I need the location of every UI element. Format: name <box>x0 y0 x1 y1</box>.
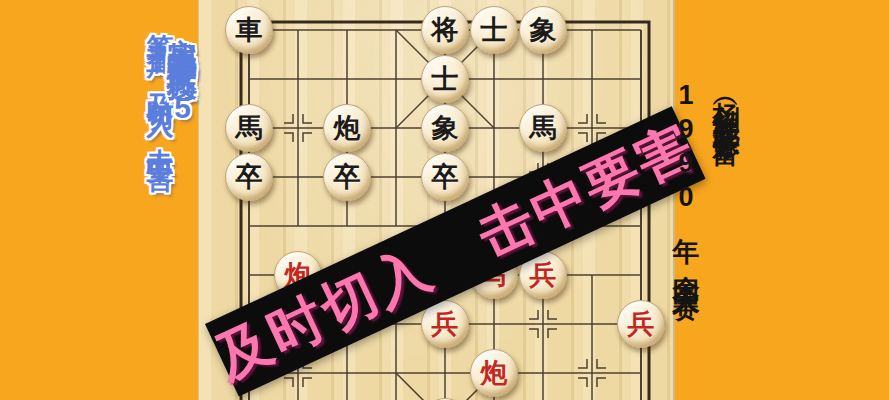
board-point-6-6[interactable] <box>519 300 568 349</box>
board-point-5-7[interactable]: 炮 <box>470 349 519 398</box>
piece-black-soldier[interactable]: 卒 <box>225 153 273 201</box>
board-point-8-5[interactable] <box>617 251 666 300</box>
board-point-5-0[interactable]: 士 <box>470 6 519 55</box>
piece-black-horse[interactable]: 馬 <box>519 104 567 152</box>
board-point-8-7[interactable] <box>617 349 666 398</box>
piece-black-elephant[interactable]: 象 <box>519 6 567 54</box>
board-point-1-2[interactable] <box>274 104 323 153</box>
board-point-3-1[interactable] <box>372 55 421 104</box>
piece-black-chariot[interactable]: 車 <box>225 6 273 54</box>
piece-black-soldier[interactable]: 卒 <box>421 153 469 201</box>
board-point-4-1[interactable]: 士 <box>421 55 470 104</box>
board-point-2-1[interactable] <box>323 55 372 104</box>
board-point-5-6[interactable] <box>470 300 519 349</box>
board-point-2-2[interactable]: 炮 <box>323 104 372 153</box>
piece-red-soldier[interactable]: 兵 <box>617 300 665 348</box>
board-point-8-6[interactable]: 兵 <box>617 300 666 349</box>
board-point-4-2[interactable]: 象 <box>421 104 470 153</box>
board-point-2-3[interactable]: 卒 <box>323 153 372 202</box>
piece-black-general[interactable]: 将 <box>421 6 469 54</box>
piece-black-advisor[interactable]: 士 <box>421 55 469 103</box>
board-point-1-0[interactable] <box>274 6 323 55</box>
piece-black-elephant[interactable]: 象 <box>421 104 469 152</box>
board-point-0-0[interactable]: 車 <box>225 6 274 55</box>
board-point-2-7[interactable] <box>323 349 372 398</box>
board-point-4-3[interactable]: 卒 <box>421 153 470 202</box>
piece-red-cannon[interactable]: 炮 <box>470 349 518 397</box>
board-point-7-7[interactable] <box>568 349 617 398</box>
board-point-5-2[interactable] <box>470 104 519 153</box>
board-point-1-4[interactable] <box>274 202 323 251</box>
board-point-0-1[interactable] <box>225 55 274 104</box>
board-point-0-5[interactable] <box>225 251 274 300</box>
board-point-2-0[interactable] <box>323 6 372 55</box>
board-point-1-1[interactable] <box>274 55 323 104</box>
board-point-3-3[interactable] <box>372 153 421 202</box>
board-point-4-0[interactable]: 将 <box>421 6 470 55</box>
board-point-0-2[interactable]: 馬 <box>225 104 274 153</box>
board-point-3-7[interactable] <box>372 349 421 398</box>
board-point-8-0[interactable] <box>617 6 666 55</box>
board-point-6-1[interactable] <box>519 55 568 104</box>
board-point-7-1[interactable] <box>568 55 617 104</box>
board-point-0-3[interactable]: 卒 <box>225 153 274 202</box>
board-point-7-6[interactable] <box>568 300 617 349</box>
left-title-series: 实战中局夺子取胜技巧15 <box>167 14 197 128</box>
board-point-1-3[interactable] <box>274 153 323 202</box>
piece-black-horse[interactable]: 馬 <box>225 104 273 152</box>
right-event-text: 1990年 全国个人赛 <box>672 80 699 274</box>
board-point-6-2[interactable]: 馬 <box>519 104 568 153</box>
piece-black-cannon[interactable]: 炮 <box>323 104 371 152</box>
board-point-6-0[interactable]: 象 <box>519 6 568 55</box>
right-players-text: 杨剑︵红先胜︶张影富 <box>712 80 739 120</box>
board-point-6-7[interactable] <box>519 349 568 398</box>
screenshot-stage: 車将士象士馬炮象馬卒卒卒炮马兵兵兵炮帅 及时切入 击中要害 第九十五局 及时切入… <box>0 0 889 400</box>
board-point-0-4[interactable] <box>225 202 274 251</box>
board-point-3-2[interactable] <box>372 104 421 153</box>
piece-black-soldier[interactable]: 卒 <box>323 153 371 201</box>
board-point-5-1[interactable] <box>470 55 519 104</box>
board-point-7-0[interactable] <box>568 6 617 55</box>
board-point-4-7[interactable] <box>421 349 470 398</box>
board-point-8-1[interactable] <box>617 55 666 104</box>
piece-black-advisor[interactable]: 士 <box>470 6 518 54</box>
board-point-3-0[interactable] <box>372 6 421 55</box>
board-point-7-5[interactable] <box>568 251 617 300</box>
board-point-2-4[interactable] <box>323 202 372 251</box>
